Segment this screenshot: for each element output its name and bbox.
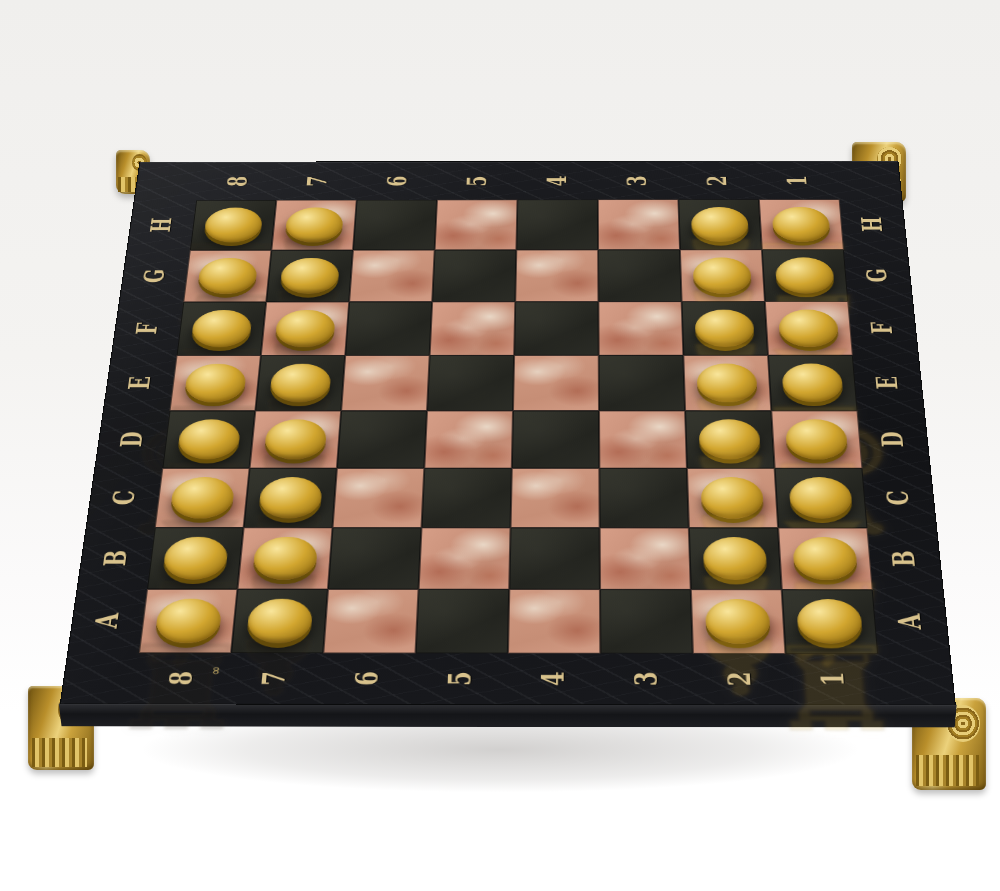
square-g4[interactable] bbox=[515, 250, 598, 302]
square-a1[interactable]: ♜♜ bbox=[782, 590, 878, 654]
board-squares-grid: ♜♜♟♟♟♟♜♜♞♞♟♟♟♟♞♞♝♝♟♟♟♟♝♝♚♚♟♟♟♟♚♚♛♛♟♟♟♟♛♛… bbox=[139, 199, 878, 653]
square-e3[interactable] bbox=[599, 355, 685, 411]
rank-label-bottom-5: 5 bbox=[442, 665, 480, 691]
square-a6[interactable] bbox=[323, 589, 418, 653]
square-e4[interactable] bbox=[513, 355, 599, 410]
square-g6[interactable] bbox=[349, 250, 434, 302]
square-a7[interactable]: ♟♟ bbox=[231, 589, 328, 653]
chess-board: ♜♜♟♟♟♟♜♜♞♞♟♟♟♟♞♞♝♝♟♟♟♟♝♝♚♚♟♟♟♟♚♚♛♛♟♟♟♟♛♛… bbox=[61, 161, 955, 704]
square-d4[interactable] bbox=[512, 411, 600, 468]
square-a8[interactable]: ♜♜ bbox=[139, 589, 238, 653]
piece-glyph: ♜ bbox=[758, 468, 902, 628]
rank-label-bottom-3: 3 bbox=[628, 666, 665, 692]
square-f4[interactable] bbox=[514, 302, 599, 356]
rank-label-top-6: 6 bbox=[382, 171, 415, 190]
square-d5[interactable] bbox=[424, 411, 513, 468]
square-g3[interactable] bbox=[598, 250, 681, 302]
square-c3[interactable] bbox=[599, 468, 689, 528]
rank-label-top-3: 3 bbox=[622, 171, 654, 190]
square-c4[interactable] bbox=[511, 468, 600, 528]
square-c5[interactable] bbox=[421, 468, 511, 527]
rank-label-bottom-6: 6 bbox=[349, 665, 387, 691]
square-h4[interactable] bbox=[516, 200, 598, 250]
square-b4[interactable] bbox=[509, 528, 600, 590]
rank-label-bottom-7: 7 bbox=[255, 665, 294, 691]
rank-label-top-4: 4 bbox=[542, 171, 574, 190]
piece-glyph: ♟ bbox=[232, 521, 327, 627]
square-b5[interactable] bbox=[419, 528, 511, 590]
product-photo: ♜♜♟♟♟♟♜♜♞♞♟♟♟♟♞♞♝♝♟♟♟♟♝♝♚♚♟♟♟♟♚♚♛♛♟♟♟♟♛♛… bbox=[0, 0, 1000, 891]
square-a4[interactable] bbox=[508, 589, 600, 653]
chess-scene: ♜♜♟♟♟♟♜♜♞♞♟♟♟♟♞♞♝♝♟♟♟♟♝♝♚♚♟♟♟♟♚♚♛♛♟♟♟♟♛♛… bbox=[95, 0, 932, 828]
square-f5[interactable] bbox=[430, 302, 516, 356]
square-a5[interactable] bbox=[416, 589, 510, 653]
rank-label-top-5: 5 bbox=[462, 171, 494, 190]
square-g5[interactable] bbox=[432, 250, 516, 302]
square-h6[interactable] bbox=[353, 200, 437, 250]
square-d3[interactable] bbox=[599, 411, 687, 468]
square-c6[interactable] bbox=[333, 468, 425, 527]
square-h3[interactable] bbox=[598, 200, 680, 250]
square-e5[interactable] bbox=[427, 355, 514, 410]
square-d6[interactable] bbox=[337, 411, 427, 468]
square-e6[interactable] bbox=[341, 355, 430, 410]
square-h5[interactable] bbox=[435, 200, 518, 250]
rank-label-bottom-2: 2 bbox=[721, 666, 759, 692]
square-b6[interactable] bbox=[328, 528, 422, 590]
square-b3[interactable] bbox=[600, 528, 691, 590]
rank-label-bottom-4: 4 bbox=[535, 666, 572, 692]
square-f6[interactable] bbox=[345, 302, 432, 356]
rank-label-bottom-1: 1 bbox=[814, 666, 853, 692]
square-a3[interactable] bbox=[600, 589, 693, 653]
square-f3[interactable] bbox=[598, 302, 683, 356]
